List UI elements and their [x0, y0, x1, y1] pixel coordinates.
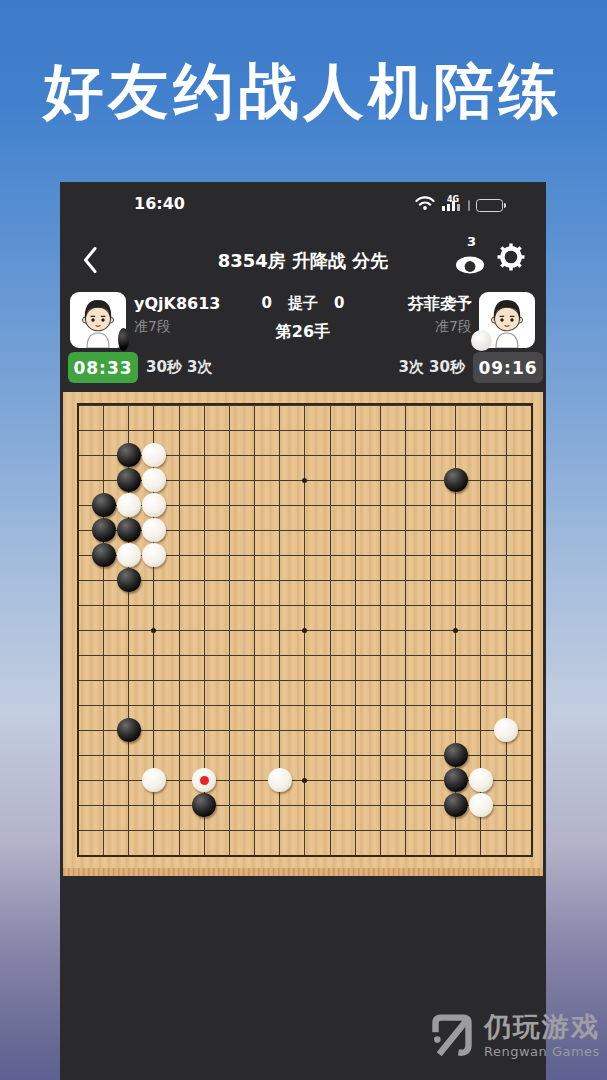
black-stone-badge [118, 328, 129, 351]
stone-white [142, 493, 166, 517]
stone-white [117, 543, 141, 567]
status-icons: 4G [415, 196, 507, 214]
stone-white [142, 518, 166, 542]
last-move-marker [200, 776, 209, 785]
cellular-4g-icon: 4G [441, 195, 462, 216]
rengwan-logo-icon [430, 1012, 474, 1058]
settings-button[interactable] [496, 242, 526, 272]
banner-title: 好友约战人机陪练 [0, 52, 607, 133]
back-button[interactable] [82, 246, 102, 276]
battery-icon [476, 199, 507, 212]
stone-black [92, 493, 116, 517]
star-point [453, 628, 458, 633]
byoyomi-black: 30秒 3次 [146, 358, 213, 377]
wifi-icon [415, 195, 435, 215]
status-time: 16:40 [134, 194, 185, 213]
gear-icon [496, 242, 526, 272]
stone-black [117, 718, 141, 742]
stone-black [92, 543, 116, 567]
captures-label: 提子 [288, 294, 318, 313]
captures-row: 0 提子 0 [60, 294, 546, 313]
timer-white: 09:16 [473, 352, 543, 383]
room-title: 8354房 升降战 分先 [140, 237, 466, 285]
star-point [302, 778, 307, 783]
status-separator [468, 200, 470, 211]
player-name-white: 芬菲袭予 [408, 294, 472, 315]
star-point [302, 628, 307, 633]
stone-white [469, 768, 493, 792]
captures-black: 0 [262, 294, 272, 313]
promo-screenshot: 好友约战人机陪练 16:40 4G [0, 0, 607, 1080]
timer-black: 08:33 [68, 352, 138, 383]
spectators-button[interactable]: 3 [453, 234, 487, 278]
stone-black [117, 443, 141, 467]
star-point [302, 478, 307, 483]
go-board[interactable] [63, 392, 543, 868]
phone-screen: 16:40 4G [60, 182, 546, 1080]
watermark-cn: 仍玩游戏 [484, 1012, 600, 1042]
stone-white [142, 468, 166, 492]
captures-white: 0 [334, 294, 344, 313]
white-stone-badge [471, 330, 492, 351]
stone-white [268, 768, 292, 792]
player-rank-white: 准7段 [435, 318, 472, 336]
eye-icon [454, 254, 486, 275]
board-edge [63, 868, 543, 876]
stone-black [444, 793, 468, 817]
stone-white [142, 768, 166, 792]
stone-black [444, 743, 468, 767]
spectator-count: 3 [467, 234, 476, 249]
stone-black [444, 768, 468, 792]
watermark-en: Rengwan Games [484, 1044, 600, 1059]
stone-white [142, 443, 166, 467]
stone-white [142, 543, 166, 567]
byoyomi-white: 3次 30秒 [398, 358, 465, 377]
stone-white [117, 493, 141, 517]
stone-black [117, 568, 141, 592]
stone-white [494, 718, 518, 742]
stone-black [444, 468, 468, 492]
stone-black [117, 518, 141, 542]
stone-white [469, 793, 493, 817]
stone-black [117, 468, 141, 492]
watermark: 仍玩游戏 Rengwan Games [430, 1012, 600, 1059]
stone-black [92, 518, 116, 542]
